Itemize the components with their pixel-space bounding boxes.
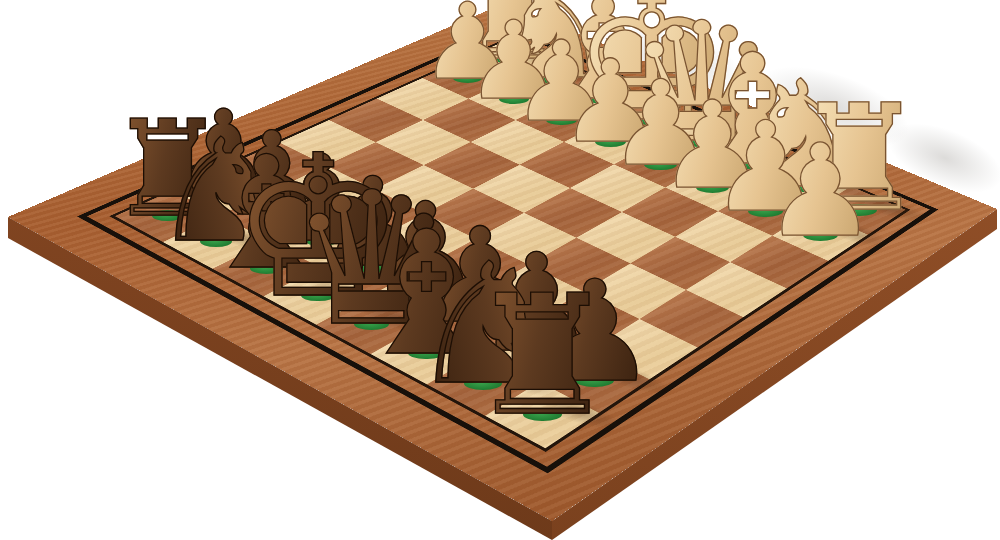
felt-base xyxy=(499,94,529,104)
felt-base xyxy=(644,159,676,170)
felt-base xyxy=(408,347,445,360)
felt-base xyxy=(788,181,822,193)
felt-base xyxy=(301,290,335,302)
felt-base xyxy=(748,205,782,217)
felt-base xyxy=(541,73,570,83)
felt-base xyxy=(256,209,288,220)
felt-base xyxy=(250,262,283,274)
felt-base xyxy=(496,54,525,64)
felt-base xyxy=(595,136,627,147)
felt-base xyxy=(636,115,667,126)
felt-base xyxy=(686,136,718,147)
felt-base xyxy=(518,344,555,357)
felt-base xyxy=(462,316,498,328)
felt-base xyxy=(464,377,502,390)
felt-base xyxy=(546,115,577,126)
felt-base xyxy=(208,185,239,196)
felt-base xyxy=(354,318,390,330)
felt-base xyxy=(696,181,729,192)
chess-set-photo: ♜♟♞♟♝♟♚♛♟♝♟♞♟♟♜♟♟♜♟♟♞♟♝♟♚♟♛♟♝♟♞♜ xyxy=(0,0,1000,540)
felt-base xyxy=(842,204,877,216)
felt-base xyxy=(152,210,183,221)
felt-base xyxy=(523,408,562,422)
felt-base xyxy=(803,229,838,241)
felt-base xyxy=(588,94,618,104)
felt-base xyxy=(736,158,769,169)
felt-base xyxy=(200,236,232,247)
felt-base xyxy=(453,73,482,83)
felt-base xyxy=(575,374,614,387)
felt-base xyxy=(305,235,338,246)
felt-base xyxy=(408,288,443,300)
pieces-layer: ♜♟♞♟♝♟♚♛♟♝♟♞♟♟♜♟♟♜♟♟♞♟♝♟♚♟♛♟♝♟♞♜ xyxy=(0,0,1000,540)
felt-base xyxy=(356,261,390,273)
